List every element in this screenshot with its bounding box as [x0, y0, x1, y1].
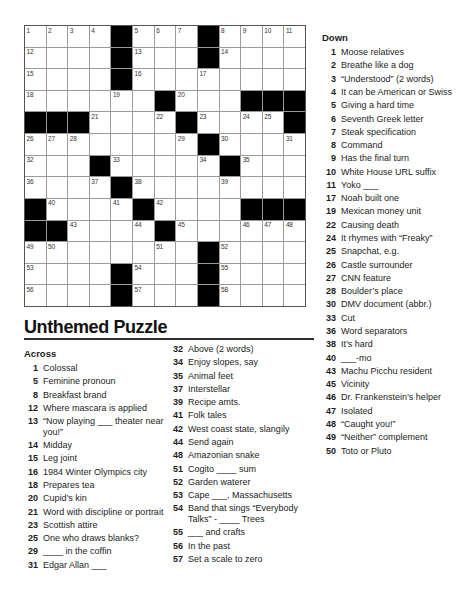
grid-cell[interactable] — [220, 199, 241, 220]
clue-number: 39 — [169, 397, 183, 408]
grid-cell[interactable] — [47, 156, 68, 177]
grid-cell[interactable]: 51 — [155, 242, 176, 263]
grid-cell[interactable]: 56 — [25, 285, 46, 306]
grid-cell[interactable] — [263, 264, 284, 285]
clue-text: “Neither” complement — [341, 432, 474, 443]
grid-cell[interactable]: 10 — [263, 26, 284, 47]
grid-cell[interactable]: 39 — [220, 177, 241, 198]
cell-number: 31 — [286, 135, 293, 142]
clue-text: Garden waterer — [188, 477, 321, 488]
cell-number: 49 — [27, 243, 34, 250]
clue-number: 25 — [322, 246, 336, 257]
grid-cell[interactable] — [111, 221, 132, 242]
black-cell — [176, 112, 197, 133]
grid-cell[interactable] — [68, 177, 89, 198]
clue-number: 27 — [322, 273, 336, 284]
grid-cell[interactable]: 21 — [90, 112, 111, 133]
black-cell — [25, 199, 46, 220]
grid-cell[interactable] — [47, 91, 68, 112]
grid-cell[interactable] — [241, 264, 262, 285]
clue-row: 57Set a scale to zero — [169, 554, 321, 565]
clue-text: Cogito ____ sum — [188, 464, 321, 475]
black-cell — [220, 156, 241, 177]
clue-number: 25 — [24, 533, 38, 544]
grid-cell[interactable] — [263, 242, 284, 263]
black-cell — [241, 199, 262, 220]
cell-number: 1 — [27, 27, 30, 34]
cell-number: 22 — [156, 113, 163, 120]
grid-cell[interactable] — [176, 177, 197, 198]
cell-number: 48 — [286, 221, 293, 228]
grid-cell[interactable] — [284, 177, 305, 198]
grid-cell[interactable] — [284, 242, 305, 263]
grid-cell[interactable] — [198, 91, 219, 112]
clue-number: 8 — [24, 390, 38, 401]
clue-row: 13“Now playing ___ theater near you!” — [24, 416, 170, 437]
clue-row: 39Recipe amts. — [169, 397, 321, 408]
grid-cell[interactable]: 54 — [133, 264, 154, 285]
grid-cell[interactable]: 27 — [47, 134, 68, 155]
grid-cell[interactable] — [176, 285, 197, 306]
black-cell — [198, 285, 219, 306]
clue-row: 48Amazonian snake — [169, 450, 321, 461]
grid-cell[interactable] — [90, 285, 111, 306]
grid-cell[interactable] — [263, 134, 284, 155]
cell-number: 28 — [70, 135, 77, 142]
clue-row: 1Moose relatives — [322, 47, 474, 58]
clue-row: 8Command — [322, 140, 474, 151]
grid-cell[interactable]: 53 — [25, 264, 46, 285]
cell-number: 44 — [135, 221, 142, 228]
grid-cell[interactable] — [241, 285, 262, 306]
clue-number: 42 — [169, 424, 183, 435]
grid-cell[interactable]: 52 — [220, 242, 241, 263]
clue-text: ____ in the coffin — [43, 546, 170, 557]
grid-cell[interactable]: 11 — [284, 26, 305, 47]
cell-number: 32 — [27, 156, 34, 163]
clue-text: ___ and crafts — [188, 527, 321, 538]
grid-cell[interactable]: 22 — [155, 112, 176, 133]
clue-text: Enjoy slopes, say — [188, 357, 321, 368]
cell-number: 5 — [135, 27, 138, 34]
clue-row: 32Above (2 words) — [169, 344, 321, 355]
grid-cell[interactable]: 8 — [220, 26, 241, 47]
clue-number: 19 — [322, 206, 336, 217]
cell-number: 35 — [243, 156, 250, 163]
clue-number: 15 — [24, 453, 38, 464]
grid-cell[interactable]: 26 — [25, 134, 46, 155]
clue-row: 41Folk tales — [169, 410, 321, 421]
clue-number: 44 — [169, 437, 183, 448]
clue-text: It can be American or Swiss — [341, 87, 474, 98]
grid-cell[interactable] — [90, 199, 111, 220]
grid-cell[interactable] — [198, 221, 219, 242]
grid-cell[interactable] — [90, 221, 111, 242]
clue-text: “Caught you!” — [341, 419, 474, 430]
grid-cell[interactable]: 31 — [284, 134, 305, 155]
clue-text: Seventh Greek letter — [341, 114, 474, 125]
grid-cell[interactable] — [155, 177, 176, 198]
grid-cell[interactable]: 19 — [111, 91, 132, 112]
grid-cell[interactable]: 46 — [241, 221, 262, 242]
clue-number: 24 — [322, 233, 336, 244]
cell-number: 47 — [264, 221, 271, 228]
grid-cell[interactable] — [47, 177, 68, 198]
cell-number: 42 — [156, 199, 163, 206]
grid-cell[interactable]: 3 — [68, 26, 89, 47]
grid-cell[interactable] — [220, 91, 241, 112]
clue-row: 5Feminine pronoun — [24, 376, 170, 387]
grid-cell[interactable]: 49 — [25, 242, 46, 263]
grid-cell[interactable] — [68, 91, 89, 112]
clue-text: Has the final turn — [341, 153, 474, 164]
clue-row: 43Machu Picchu resident — [322, 366, 474, 377]
black-cell — [263, 91, 284, 112]
cell-number: 41 — [113, 199, 120, 206]
cell-number: 33 — [113, 156, 120, 163]
grid-cell[interactable]: 58 — [220, 285, 241, 306]
grid-cell[interactable] — [90, 242, 111, 263]
grid-cell[interactable]: 45 — [176, 221, 197, 242]
clue-number: 20 — [24, 493, 38, 504]
clue-text: Send again — [188, 437, 321, 448]
clue-row: 2Breathe like a dog — [322, 60, 474, 71]
title-divider — [24, 338, 314, 340]
clue-row: 56In the past — [169, 541, 321, 552]
clue-row: 30DMV document (abbr.) — [322, 299, 474, 310]
clue-text: Machu Picchu resident — [341, 366, 474, 377]
clue-row: 40___-mo — [322, 353, 474, 364]
clue-text: Cupid’s kin — [43, 493, 170, 504]
grid-cell[interactable] — [241, 69, 262, 90]
clue-text: Breakfast brand — [43, 390, 170, 401]
grid-cell[interactable] — [68, 48, 89, 69]
grid-cell[interactable]: 55 — [220, 264, 241, 285]
cell-number: 51 — [156, 243, 163, 250]
grid-cell[interactable] — [90, 69, 111, 90]
grid-cell[interactable] — [241, 177, 262, 198]
grid-cell[interactable] — [241, 48, 262, 69]
clue-text: Scottish attire — [43, 520, 170, 531]
crossword-grid: 1234567891011121314151617181920212223242… — [24, 25, 306, 307]
clue-number: 12 — [24, 403, 38, 414]
clue-row: 8Breakfast brand — [24, 390, 170, 401]
grid-cell[interactable] — [47, 69, 68, 90]
grid-cell[interactable] — [111, 242, 132, 263]
clue-number: 22 — [322, 220, 336, 231]
grid-cell[interactable] — [241, 242, 262, 263]
grid-cell[interactable] — [198, 177, 219, 198]
clue-text: Word separators — [341, 326, 474, 337]
cell-number: 30 — [221, 135, 228, 142]
clue-text: Noah built one — [341, 193, 474, 204]
black-cell — [111, 48, 132, 69]
grid-cell[interactable] — [133, 134, 154, 155]
clue-number: 2 — [322, 60, 336, 71]
grid-cell[interactable]: 36 — [25, 177, 46, 198]
down-header: Down — [322, 33, 474, 44]
grid-cell[interactable]: 15 — [25, 69, 46, 90]
clue-text: Amazonian snake — [188, 450, 321, 461]
clue-number: 45 — [322, 379, 336, 390]
clue-text: Mexican money unit — [341, 206, 474, 217]
clue-number: 36 — [322, 326, 336, 337]
grid-cell[interactable]: 33 — [111, 156, 132, 177]
grid-cell[interactable] — [90, 91, 111, 112]
grid-cell[interactable]: 9 — [241, 26, 262, 47]
grid-cell[interactable]: 14 — [220, 48, 241, 69]
clue-number: 52 — [169, 477, 183, 488]
grid-cell[interactable]: 16 — [133, 69, 154, 90]
clue-row: 6Seventh Greek letter — [322, 114, 474, 125]
clue-number: 23 — [24, 520, 38, 531]
clue-row: 15Leg joint — [24, 453, 170, 464]
grid-cell[interactable] — [220, 112, 241, 133]
cell-number: 16 — [135, 70, 142, 77]
clue-number: 38 — [322, 339, 336, 350]
cell-number: 6 — [156, 27, 159, 34]
cell-number: 46 — [243, 221, 250, 228]
clue-text: Breathe like a dog — [341, 60, 474, 71]
grid-cell[interactable] — [176, 48, 197, 69]
grid-cell[interactable]: 13 — [133, 48, 154, 69]
grid-cell[interactable] — [111, 134, 132, 155]
grid-cell[interactable]: 7 — [176, 26, 197, 47]
clue-row: 47Isolated — [322, 406, 474, 417]
clue-text: Midday — [43, 440, 170, 451]
grid-cell[interactable]: 34 — [198, 156, 219, 177]
cell-number: 12 — [27, 48, 34, 55]
black-cell — [111, 285, 132, 306]
clue-text: DMV document (abbr.) — [341, 299, 474, 310]
grid-cell[interactable] — [68, 264, 89, 285]
clue-text: One who draws blanks? — [43, 533, 170, 544]
clue-number: 26 — [322, 260, 336, 271]
down-section: Down 1Moose relatives2Breathe like a dog… — [322, 33, 474, 459]
cell-number: 55 — [221, 264, 228, 271]
grid-cell[interactable] — [284, 156, 305, 177]
black-cell — [47, 112, 68, 133]
grid-cell[interactable]: 28 — [68, 134, 89, 155]
cell-number: 34 — [199, 156, 206, 163]
grid-cell[interactable]: 20 — [176, 91, 197, 112]
grid-cell[interactable] — [263, 285, 284, 306]
grid-cell[interactable]: 6 — [155, 26, 176, 47]
clue-text: Command — [341, 140, 474, 151]
cell-number: 26 — [27, 135, 34, 142]
cell-number: 38 — [135, 178, 142, 185]
clue-number: 33 — [322, 313, 336, 324]
clue-row: 23Scottish attire — [24, 520, 170, 531]
black-cell — [284, 199, 305, 220]
grid-cell[interactable] — [176, 242, 197, 263]
clue-number: 1 — [322, 47, 336, 58]
grid-cell[interactable] — [263, 48, 284, 69]
black-cell — [284, 91, 305, 112]
cell-number: 36 — [27, 178, 34, 185]
grid-cell[interactable]: 48 — [284, 221, 305, 242]
clue-number: 54 — [169, 503, 183, 524]
grid-cell[interactable] — [284, 285, 305, 306]
grid-cell[interactable]: 42 — [155, 199, 176, 220]
grid-cell[interactable]: 57 — [133, 285, 154, 306]
black-cell — [284, 112, 305, 133]
black-cell — [25, 112, 46, 133]
grid-cell[interactable]: 35 — [241, 156, 262, 177]
grid-cell[interactable]: 12 — [25, 48, 46, 69]
grid-cell[interactable] — [90, 264, 111, 285]
grid-cell[interactable] — [263, 156, 284, 177]
clue-row: 50Toto or Pluto — [322, 446, 474, 457]
grid-cell[interactable] — [68, 285, 89, 306]
cell-number: 8 — [221, 27, 224, 34]
clue-text: Recipe amts. — [188, 397, 321, 408]
clue-number: 10 — [322, 167, 336, 178]
clue-row: 37Interstellar — [169, 384, 321, 395]
grid-cell[interactable] — [133, 112, 154, 133]
grid-cell[interactable]: 25 — [263, 112, 284, 133]
grid-cell[interactable] — [68, 242, 89, 263]
clue-row: 17Noah built one — [322, 193, 474, 204]
clue-number: 28 — [322, 286, 336, 297]
grid-cell[interactable] — [155, 69, 176, 90]
clue-number: 49 — [322, 432, 336, 443]
grid-cell[interactable] — [155, 285, 176, 306]
clue-number: 8 — [322, 140, 336, 151]
grid-cell[interactable]: 40 — [47, 199, 68, 220]
grid-cell[interactable]: 41 — [111, 199, 132, 220]
grid-cell[interactable] — [68, 199, 89, 220]
grid-cell[interactable] — [263, 69, 284, 90]
grid-cell[interactable]: 17 — [198, 69, 219, 90]
grid-cell[interactable] — [90, 48, 111, 69]
grid-cell[interactable]: 30 — [220, 134, 241, 155]
across-header: Across — [24, 349, 170, 360]
grid-cell[interactable] — [284, 69, 305, 90]
clue-row: 38It’s hard — [322, 339, 474, 350]
clue-number: 32 — [169, 344, 183, 355]
grid-cell[interactable] — [176, 156, 197, 177]
grid-cell[interactable] — [220, 69, 241, 90]
clue-row: 28Boulder’s place — [322, 286, 474, 297]
clue-number: 9 — [322, 153, 336, 164]
black-cell — [198, 26, 219, 47]
grid-cell[interactable] — [284, 48, 305, 69]
across-clues-col2: 32Above (2 words)34Enjoy slopes, say35An… — [169, 344, 321, 567]
grid-cell[interactable]: 24 — [241, 112, 262, 133]
clue-number: 35 — [169, 371, 183, 382]
clue-number: 48 — [169, 450, 183, 461]
clue-row: 51Cogito ____ sum — [169, 464, 321, 475]
grid-cell[interactable]: 18 — [25, 91, 46, 112]
clue-text: In the past — [188, 541, 321, 552]
grid-cell[interactable]: 47 — [263, 221, 284, 242]
cell-number: 29 — [178, 135, 185, 142]
clue-text: Above (2 words) — [188, 344, 321, 355]
grid-cell[interactable] — [47, 285, 68, 306]
clue-text: It rhymes with “Freaky” — [341, 233, 474, 244]
grid-cell[interactable]: 1 — [25, 26, 46, 47]
grid-cell[interactable]: 37 — [90, 177, 111, 198]
cell-number: 54 — [135, 264, 142, 271]
grid-cell[interactable] — [133, 156, 154, 177]
grid-cell[interactable]: 29 — [176, 134, 197, 155]
grid-cell[interactable] — [133, 91, 154, 112]
grid-cell[interactable] — [176, 199, 197, 220]
grid-cell[interactable]: 50 — [47, 242, 68, 263]
clue-number: 50 — [322, 446, 336, 457]
clue-row: 4It can be American or Swiss — [322, 87, 474, 98]
clue-row: 33Cut — [322, 313, 474, 324]
grid-cell[interactable]: 38 — [133, 177, 154, 198]
grid-cell[interactable]: 44 — [133, 221, 154, 242]
grid-cell[interactable] — [68, 69, 89, 90]
clue-number: 18 — [24, 480, 38, 491]
grid-cell[interactable] — [263, 177, 284, 198]
grid-cell[interactable] — [155, 48, 176, 69]
clue-number: 1 — [24, 363, 38, 374]
grid-cell[interactable]: 2 — [47, 26, 68, 47]
clue-row: 46Dr. Frankenstein’s helper — [322, 392, 474, 403]
clue-text: Band that sings “Everybody Talks” - ____… — [188, 503, 321, 524]
clue-row: 21Word with discipline or portrait — [24, 507, 170, 518]
grid-cell[interactable]: 4 — [90, 26, 111, 47]
black-cell — [111, 26, 132, 47]
black-cell — [133, 199, 154, 220]
cell-number: 40 — [48, 199, 55, 206]
cell-number: 39 — [221, 178, 228, 185]
cell-number: 14 — [221, 48, 228, 55]
grid-cell[interactable] — [198, 199, 219, 220]
grid-cell[interactable] — [111, 112, 132, 133]
grid-cell[interactable] — [284, 264, 305, 285]
clue-number: 17 — [322, 193, 336, 204]
clue-text: Prepares tea — [43, 480, 170, 491]
black-cell — [155, 91, 176, 112]
clue-row: 161984 Winter Olympics city — [24, 467, 170, 478]
clue-text: Dr. Frankenstein’s helper — [341, 392, 474, 403]
grid-cell[interactable] — [47, 264, 68, 285]
grid-cell[interactable] — [176, 69, 197, 90]
clue-number: 21 — [24, 507, 38, 518]
grid-cell[interactable]: 5 — [133, 26, 154, 47]
black-cell — [111, 69, 132, 90]
cell-number: 53 — [27, 264, 34, 271]
grid-cell[interactable]: 32 — [25, 156, 46, 177]
grid-cell[interactable] — [241, 134, 262, 155]
grid-cell[interactable] — [176, 264, 197, 285]
grid-cell[interactable] — [68, 156, 89, 177]
clue-text: 1984 Winter Olympics city — [43, 467, 170, 478]
grid-cell[interactable] — [155, 156, 176, 177]
clue-row: 31Edgar Allan ___ — [24, 560, 170, 571]
grid-cell[interactable] — [155, 264, 176, 285]
across-clues-col1: 1Colossal5Feminine pronoun8Breakfast bra… — [24, 363, 170, 570]
grid-cell[interactable] — [133, 242, 154, 263]
grid-cell[interactable] — [90, 134, 111, 155]
clue-row: 25One who draws blanks? — [24, 533, 170, 544]
grid-cell[interactable]: 43 — [68, 221, 89, 242]
grid-cell[interactable] — [155, 134, 176, 155]
clue-text: Leg joint — [43, 453, 170, 464]
grid-cell[interactable] — [220, 221, 241, 242]
clue-row: 53Cape ___, Massachusetts — [169, 490, 321, 501]
grid-cell[interactable] — [47, 48, 68, 69]
grid-cell[interactable]: 23 — [198, 112, 219, 133]
clue-text: “Understood” (2 words) — [341, 74, 474, 85]
clue-text: Moose relatives — [341, 47, 474, 58]
clue-number: 56 — [169, 541, 183, 552]
